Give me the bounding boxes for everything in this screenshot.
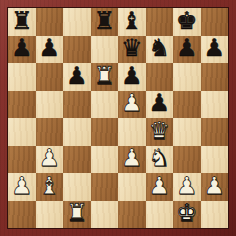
square-h4[interactable] — [201, 118, 229, 146]
square-f1[interactable] — [146, 201, 174, 229]
white-knight-f3[interactable]: ♞ — [148, 146, 170, 170]
square-f8[interactable] — [146, 8, 174, 36]
square-h5[interactable] — [201, 91, 229, 119]
square-b5[interactable] — [36, 91, 64, 119]
square-g7[interactable]: ♟ — [173, 36, 201, 64]
square-g6[interactable] — [173, 63, 201, 91]
white-pawn-e5[interactable]: ♟ — [121, 91, 143, 115]
black-pawn-g7[interactable]: ♟ — [176, 36, 198, 60]
square-a1[interactable] — [8, 201, 36, 229]
square-f4[interactable]: ♛ — [146, 118, 174, 146]
square-b4[interactable] — [36, 118, 64, 146]
square-c8[interactable] — [63, 8, 91, 36]
white-bishop-b2[interactable]: ♝ — [38, 174, 60, 198]
square-a4[interactable] — [8, 118, 36, 146]
square-h6[interactable] — [201, 63, 229, 91]
square-b6[interactable] — [36, 63, 64, 91]
square-b7[interactable]: ♟ — [36, 36, 64, 64]
square-c5[interactable] — [63, 91, 91, 119]
square-d7[interactable] — [91, 36, 119, 64]
square-c7[interactable] — [63, 36, 91, 64]
square-g4[interactable] — [173, 118, 201, 146]
square-f5[interactable]: ♟ — [146, 91, 174, 119]
square-e7[interactable]: ♛ — [118, 36, 146, 64]
white-pawn-b3[interactable]: ♟ — [38, 146, 60, 170]
square-e2[interactable] — [118, 173, 146, 201]
square-g8[interactable]: ♚ — [173, 8, 201, 36]
white-pawn-e3[interactable]: ♟ — [121, 146, 143, 170]
black-pawn-c6[interactable]: ♟ — [66, 64, 88, 88]
square-f7[interactable]: ♞ — [146, 36, 174, 64]
square-e3[interactable]: ♟ — [118, 146, 146, 174]
square-c3[interactable] — [63, 146, 91, 174]
square-h3[interactable] — [201, 146, 229, 174]
square-g5[interactable] — [173, 91, 201, 119]
square-g2[interactable]: ♟ — [173, 173, 201, 201]
square-d6[interactable]: ♜ — [91, 63, 119, 91]
black-pawn-f5[interactable]: ♟ — [148, 91, 170, 115]
square-f3[interactable]: ♞ — [146, 146, 174, 174]
square-a5[interactable] — [8, 91, 36, 119]
square-a7[interactable]: ♟ — [8, 36, 36, 64]
square-b2[interactable]: ♝ — [36, 173, 64, 201]
square-b3[interactable]: ♟ — [36, 146, 64, 174]
square-e4[interactable] — [118, 118, 146, 146]
square-a6[interactable] — [8, 63, 36, 91]
square-c2[interactable] — [63, 173, 91, 201]
square-e6[interactable]: ♟ — [118, 63, 146, 91]
black-pawn-a7[interactable]: ♟ — [11, 36, 33, 60]
black-pawn-h7[interactable]: ♟ — [203, 36, 225, 60]
square-d2[interactable] — [91, 173, 119, 201]
white-pawn-g2[interactable]: ♟ — [176, 174, 198, 198]
square-d3[interactable] — [91, 146, 119, 174]
square-a3[interactable] — [8, 146, 36, 174]
white-pawn-a2[interactable]: ♟ — [11, 174, 33, 198]
white-pawn-h2[interactable]: ♟ — [203, 174, 225, 198]
white-king-g1[interactable]: ♚ — [176, 201, 198, 225]
square-e8[interactable]: ♝ — [118, 8, 146, 36]
square-c1[interactable]: ♜ — [63, 201, 91, 229]
square-c4[interactable] — [63, 118, 91, 146]
square-g3[interactable] — [173, 146, 201, 174]
white-rook-c1[interactable]: ♜ — [66, 201, 88, 225]
white-pawn-f2[interactable]: ♟ — [148, 174, 170, 198]
black-rook-d8[interactable]: ♜ — [93, 9, 115, 33]
square-d8[interactable]: ♜ — [91, 8, 119, 36]
chess-board[interactable]: ♜♜♝♚♟♟♛♞♟♟♟♜♟♟♟♛♟♟♞♟♝♟♟♟♜♚ — [8, 8, 228, 228]
square-d4[interactable] — [91, 118, 119, 146]
chess-diagram: ♜♜♝♚♟♟♛♞♟♟♟♜♟♟♟♛♟♟♞♟♝♟♟♟♜♚ — [0, 0, 236, 236]
square-c6[interactable]: ♟ — [63, 63, 91, 91]
black-king-g8[interactable]: ♚ — [176, 9, 198, 33]
square-h2[interactable]: ♟ — [201, 173, 229, 201]
square-e1[interactable] — [118, 201, 146, 229]
square-b8[interactable] — [36, 8, 64, 36]
white-rook-d6[interactable]: ♜ — [93, 64, 115, 88]
square-d1[interactable] — [91, 201, 119, 229]
square-h8[interactable] — [201, 8, 229, 36]
black-rook-a8[interactable]: ♜ — [11, 9, 33, 33]
square-h1[interactable] — [201, 201, 229, 229]
black-pawn-b7[interactable]: ♟ — [38, 36, 60, 60]
black-bishop-e8[interactable]: ♝ — [121, 9, 143, 33]
square-g1[interactable]: ♚ — [173, 201, 201, 229]
square-f6[interactable] — [146, 63, 174, 91]
square-h7[interactable]: ♟ — [201, 36, 229, 64]
square-f2[interactable]: ♟ — [146, 173, 174, 201]
black-queen-e7[interactable]: ♛ — [121, 36, 143, 60]
square-e5[interactable]: ♟ — [118, 91, 146, 119]
black-pawn-e6[interactable]: ♟ — [121, 64, 143, 88]
black-knight-f7[interactable]: ♞ — [148, 36, 170, 60]
square-d5[interactable] — [91, 91, 119, 119]
square-b1[interactable] — [36, 201, 64, 229]
white-queen-f4[interactable]: ♛ — [148, 119, 170, 143]
square-a8[interactable]: ♜ — [8, 8, 36, 36]
square-a2[interactable]: ♟ — [8, 173, 36, 201]
